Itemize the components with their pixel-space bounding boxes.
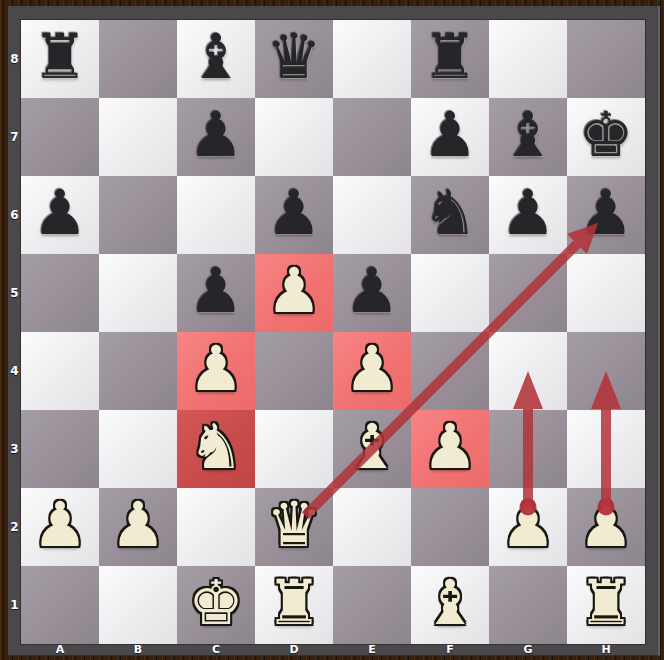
square-a8[interactable]: ♜ <box>21 20 99 98</box>
piece-white-bishop-e3[interactable]: ♝ <box>333 410 411 488</box>
square-f4[interactable] <box>411 332 489 410</box>
file-label-h: H <box>567 644 645 656</box>
piece-black-rook-a8[interactable]: ♜ <box>21 20 99 98</box>
square-b7[interactable] <box>99 98 177 176</box>
square-c5[interactable]: ♟ <box>177 254 255 332</box>
file-label-a: A <box>21 644 99 656</box>
piece-black-bishop-c8[interactable]: ♝ <box>177 20 255 98</box>
rank-label-7: 7 <box>8 98 21 176</box>
square-e6[interactable] <box>333 176 411 254</box>
square-g1[interactable] <box>489 566 567 644</box>
piece-black-pawn-c7[interactable]: ♟ <box>177 98 255 176</box>
piece-black-pawn-d6[interactable]: ♟ <box>255 176 333 254</box>
piece-white-king-c1[interactable]: ♚ <box>177 566 255 644</box>
file-label-g: G <box>489 644 567 656</box>
rank-label-6: 6 <box>8 176 21 254</box>
rank-label-5: 5 <box>8 254 21 332</box>
square-b6[interactable] <box>99 176 177 254</box>
square-d2[interactable]: ♛ <box>255 488 333 566</box>
piece-black-rook-f8[interactable]: ♜ <box>411 20 489 98</box>
square-f5[interactable] <box>411 254 489 332</box>
square-d7[interactable] <box>255 98 333 176</box>
square-a4[interactable] <box>21 332 99 410</box>
chess-board: ♜♝♛♜♟♟♝♚♟♟♞♟♟♟♟♟♟♟♞♝♟♟♟♛♟♟♚♜♝♜ <box>21 20 645 644</box>
square-h5[interactable] <box>567 254 645 332</box>
rank-label-1: 1 <box>8 566 21 644</box>
square-d1[interactable]: ♜ <box>255 566 333 644</box>
piece-black-pawn-c5[interactable]: ♟ <box>177 254 255 332</box>
file-label-f: F <box>411 644 489 656</box>
square-f8[interactable]: ♜ <box>411 20 489 98</box>
piece-black-bishop-g7[interactable]: ♝ <box>489 98 567 176</box>
square-b2[interactable]: ♟ <box>99 488 177 566</box>
piece-black-knight-f6[interactable]: ♞ <box>411 176 489 254</box>
rank-label-3: 3 <box>8 410 21 488</box>
square-d5[interactable]: ♟ <box>255 254 333 332</box>
rank-label-4: 4 <box>8 332 21 410</box>
piece-white-pawn-a2[interactable]: ♟ <box>21 488 99 566</box>
square-a2[interactable]: ♟ <box>21 488 99 566</box>
square-e3[interactable]: ♝ <box>333 410 411 488</box>
square-g8[interactable] <box>489 20 567 98</box>
square-h2[interactable]: ♟ <box>567 488 645 566</box>
piece-white-pawn-f3[interactable]: ♟ <box>411 410 489 488</box>
square-f7[interactable]: ♟ <box>411 98 489 176</box>
piece-white-pawn-d5[interactable]: ♟ <box>255 254 333 332</box>
piece-black-pawn-g6[interactable]: ♟ <box>489 176 567 254</box>
piece-white-pawn-b2[interactable]: ♟ <box>99 488 177 566</box>
square-c2[interactable] <box>177 488 255 566</box>
square-c8[interactable]: ♝ <box>177 20 255 98</box>
piece-white-pawn-h2[interactable]: ♟ <box>567 488 645 566</box>
square-e5[interactable]: ♟ <box>333 254 411 332</box>
square-h3[interactable] <box>567 410 645 488</box>
piece-white-bishop-f1[interactable]: ♝ <box>411 566 489 644</box>
file-label-e: E <box>333 644 411 656</box>
square-f1[interactable]: ♝ <box>411 566 489 644</box>
square-c1[interactable]: ♚ <box>177 566 255 644</box>
piece-white-pawn-e4[interactable]: ♟ <box>333 332 411 410</box>
square-a3[interactable] <box>21 410 99 488</box>
square-h1[interactable]: ♜ <box>567 566 645 644</box>
square-a6[interactable]: ♟ <box>21 176 99 254</box>
piece-black-pawn-f7[interactable]: ♟ <box>411 98 489 176</box>
file-label-d: D <box>255 644 333 656</box>
square-f3[interactable]: ♟ <box>411 410 489 488</box>
piece-white-pawn-g2[interactable]: ♟ <box>489 488 567 566</box>
square-g2[interactable]: ♟ <box>489 488 567 566</box>
piece-black-queen-d8[interactable]: ♛ <box>255 20 333 98</box>
piece-white-rook-d1[interactable]: ♜ <box>255 566 333 644</box>
square-e4[interactable]: ♟ <box>333 332 411 410</box>
piece-white-pawn-c4[interactable]: ♟ <box>177 332 255 410</box>
square-h8[interactable] <box>567 20 645 98</box>
square-e7[interactable] <box>333 98 411 176</box>
square-d3[interactable] <box>255 410 333 488</box>
square-h4[interactable] <box>567 332 645 410</box>
square-b8[interactable] <box>99 20 177 98</box>
piece-white-queen-d2[interactable]: ♛ <box>255 488 333 566</box>
square-g6[interactable]: ♟ <box>489 176 567 254</box>
square-d6[interactable]: ♟ <box>255 176 333 254</box>
chess-board-window: ♜♝♛♜♟♟♝♚♟♟♞♟♟♟♟♟♟♟♞♝♟♟♟♛♟♟♚♜♝♜ 87654321 … <box>0 0 664 660</box>
file-label-b: B <box>99 644 177 656</box>
piece-black-pawn-a6[interactable]: ♟ <box>21 176 99 254</box>
square-e2[interactable] <box>333 488 411 566</box>
square-b5[interactable] <box>99 254 177 332</box>
square-h7[interactable]: ♚ <box>567 98 645 176</box>
square-f6[interactable]: ♞ <box>411 176 489 254</box>
square-b1[interactable] <box>99 566 177 644</box>
rank-label-8: 8 <box>8 20 21 98</box>
square-f2[interactable] <box>411 488 489 566</box>
board-frame: ♜♝♛♜♟♟♝♚♟♟♞♟♟♟♟♟♟♟♞♝♟♟♟♛♟♟♚♜♝♜ 87654321 … <box>8 6 660 656</box>
square-b4[interactable] <box>99 332 177 410</box>
square-a7[interactable] <box>21 98 99 176</box>
square-g7[interactable]: ♝ <box>489 98 567 176</box>
square-g5[interactable] <box>489 254 567 332</box>
piece-black-pawn-h6[interactable]: ♟ <box>567 176 645 254</box>
square-c4[interactable]: ♟ <box>177 332 255 410</box>
square-c7[interactable]: ♟ <box>177 98 255 176</box>
square-h6[interactable]: ♟ <box>567 176 645 254</box>
square-a5[interactable] <box>21 254 99 332</box>
square-e8[interactable] <box>333 20 411 98</box>
square-c3[interactable]: ♞ <box>177 410 255 488</box>
square-g3[interactable] <box>489 410 567 488</box>
rank-label-2: 2 <box>8 488 21 566</box>
file-label-c: C <box>177 644 255 656</box>
square-e1[interactable] <box>333 566 411 644</box>
square-d4[interactable] <box>255 332 333 410</box>
square-b3[interactable] <box>99 410 177 488</box>
piece-black-king-h7[interactable]: ♚ <box>567 98 645 176</box>
square-d8[interactable]: ♛ <box>255 20 333 98</box>
piece-white-knight-c3[interactable]: ♞ <box>177 410 255 488</box>
square-a1[interactable] <box>21 566 99 644</box>
square-g4[interactable] <box>489 332 567 410</box>
piece-white-rook-h1[interactable]: ♜ <box>567 566 645 644</box>
square-c6[interactable] <box>177 176 255 254</box>
piece-black-pawn-e5[interactable]: ♟ <box>333 254 411 332</box>
